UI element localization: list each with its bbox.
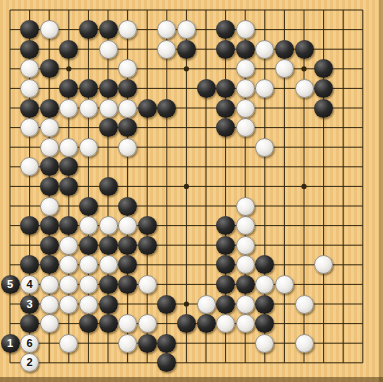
white-stone <box>255 275 274 294</box>
white-stone <box>157 40 176 59</box>
white-stone: 4 <box>20 275 39 294</box>
white-stone <box>40 118 59 137</box>
white-stone <box>118 59 137 78</box>
move-number-label: 2 <box>27 357 33 368</box>
move-number-label: 5 <box>7 279 13 290</box>
black-stone <box>255 295 274 314</box>
black-stone <box>118 197 137 216</box>
black-stone <box>20 40 39 59</box>
move-number-label: 6 <box>27 338 33 349</box>
black-stone <box>216 255 235 274</box>
white-stone <box>138 314 157 333</box>
white-stone <box>138 275 157 294</box>
black-stone <box>79 236 98 255</box>
black-stone <box>79 314 98 333</box>
black-stone <box>216 216 235 235</box>
white-stone: 2 <box>20 353 39 372</box>
black-stone: 5 <box>1 275 20 294</box>
black-stone <box>59 79 78 98</box>
white-stone <box>59 334 78 353</box>
black-stone <box>40 99 59 118</box>
white-stone <box>314 255 333 274</box>
white-stone <box>40 138 59 157</box>
white-stone <box>295 295 314 314</box>
white-stone <box>79 216 98 235</box>
white-stone <box>99 216 118 235</box>
black-stone <box>59 177 78 196</box>
black-stone <box>216 236 235 255</box>
black-stone <box>20 20 39 39</box>
black-stone <box>99 177 118 196</box>
white-stone <box>255 40 274 59</box>
black-stone <box>216 118 235 137</box>
white-stone <box>59 138 78 157</box>
white-stone <box>59 99 78 118</box>
white-stone <box>275 275 294 294</box>
white-stone <box>20 79 39 98</box>
white-stone <box>118 20 137 39</box>
black-stone <box>79 20 98 39</box>
white-stone <box>236 118 255 137</box>
black-stone <box>314 79 333 98</box>
white-stone <box>236 197 255 216</box>
black-stone <box>40 236 59 255</box>
black-stone <box>255 255 274 274</box>
black-stone <box>99 275 118 294</box>
black-stone <box>99 20 118 39</box>
white-stone <box>59 255 78 274</box>
black-stone <box>99 118 118 137</box>
black-stone <box>138 216 157 235</box>
white-stone <box>255 334 274 353</box>
white-stone <box>20 118 39 137</box>
black-stone <box>255 314 274 333</box>
move-number-label: 4 <box>27 279 33 290</box>
white-stone <box>236 314 255 333</box>
white-stone <box>118 334 137 353</box>
white-stone <box>40 295 59 314</box>
black-stone <box>59 40 78 59</box>
white-stone <box>236 99 255 118</box>
white-stone <box>79 255 98 274</box>
white-stone <box>236 79 255 98</box>
white-stone <box>236 59 255 78</box>
black-stone <box>40 216 59 235</box>
black-stone <box>118 275 137 294</box>
black-stone <box>99 314 118 333</box>
white-stone <box>40 275 59 294</box>
white-stone <box>118 314 137 333</box>
white-stone <box>99 99 118 118</box>
white-stone <box>118 216 137 235</box>
black-stone <box>99 79 118 98</box>
black-stone <box>197 79 216 98</box>
black-stone <box>157 99 176 118</box>
black-stone <box>216 79 235 98</box>
board-bottom-edge-shadow <box>0 377 383 382</box>
white-stone <box>79 275 98 294</box>
black-stone <box>157 295 176 314</box>
go-board[interactable]: 543162 <box>0 0 383 382</box>
white-stone <box>79 138 98 157</box>
white-stone <box>59 275 78 294</box>
move-number-label: 1 <box>7 338 13 349</box>
move-number-label: 3 <box>27 299 33 310</box>
black-stone <box>40 177 59 196</box>
black-stone <box>236 275 255 294</box>
white-stone <box>40 20 59 39</box>
black-stone <box>177 40 196 59</box>
black-stone <box>118 255 137 274</box>
white-stone <box>295 334 314 353</box>
black-stone <box>99 236 118 255</box>
black-stone <box>59 157 78 176</box>
black-stone <box>216 20 235 39</box>
black-stone <box>314 59 333 78</box>
white-stone <box>236 236 255 255</box>
white-stone <box>99 40 118 59</box>
black-stone <box>59 216 78 235</box>
white-stone <box>157 20 176 39</box>
white-stone <box>40 197 59 216</box>
black-stone <box>118 79 137 98</box>
black-stone <box>99 295 118 314</box>
black-stone: 1 <box>1 334 20 353</box>
white-stone <box>236 216 255 235</box>
black-stone <box>157 334 176 353</box>
black-stone <box>79 79 98 98</box>
white-stone <box>255 79 274 98</box>
white-stone <box>40 314 59 333</box>
board-right-edge-shadow <box>379 0 383 382</box>
black-stone <box>40 157 59 176</box>
black-stone <box>236 40 255 59</box>
black-stone <box>20 314 39 333</box>
white-stone <box>118 138 137 157</box>
white-stone <box>118 99 137 118</box>
white-stone <box>236 20 255 39</box>
black-stone <box>216 99 235 118</box>
black-stone <box>275 40 294 59</box>
black-stone <box>138 334 157 353</box>
black-stone <box>177 314 196 333</box>
black-stone <box>40 59 59 78</box>
black-stone <box>314 99 333 118</box>
black-stone <box>118 118 137 137</box>
black-stone <box>79 197 98 216</box>
white-stone <box>99 255 118 274</box>
black-stone <box>138 99 157 118</box>
black-stone <box>216 295 235 314</box>
white-stone <box>197 295 216 314</box>
black-stone <box>20 255 39 274</box>
white-stone <box>79 99 98 118</box>
white-stone: 6 <box>20 334 39 353</box>
white-stone <box>20 157 39 176</box>
black-stone <box>138 236 157 255</box>
black-stone <box>40 255 59 274</box>
white-stone <box>216 314 235 333</box>
black-stone <box>118 236 137 255</box>
white-stone <box>79 295 98 314</box>
black-stone <box>20 216 39 235</box>
white-stone <box>59 236 78 255</box>
black-stone <box>216 40 235 59</box>
white-stone <box>236 255 255 274</box>
black-stone <box>20 99 39 118</box>
white-stone <box>255 138 274 157</box>
black-stone <box>216 275 235 294</box>
black-stone <box>295 40 314 59</box>
white-stone <box>275 59 294 78</box>
stones-layer: 543162 <box>0 0 383 382</box>
white-stone <box>236 295 255 314</box>
white-stone <box>295 79 314 98</box>
black-stone <box>197 314 216 333</box>
white-stone <box>20 59 39 78</box>
black-stone <box>157 353 176 372</box>
white-stone <box>59 295 78 314</box>
black-stone: 3 <box>20 295 39 314</box>
white-stone <box>177 20 196 39</box>
